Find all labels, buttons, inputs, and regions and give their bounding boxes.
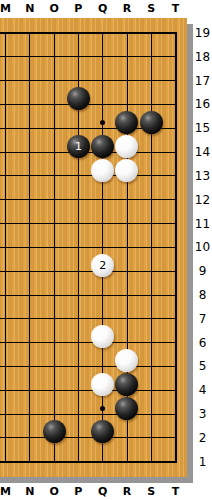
black-stone [67,87,90,110]
row-label: 7 [193,311,212,327]
star-point [100,406,105,411]
row-label: 2 [193,430,212,446]
column-label: S [142,484,160,499]
column-label: T [167,1,185,16]
row-label: 18 [193,49,212,65]
row-label: 13 [193,168,212,184]
white-stone [91,159,114,182]
black-stone [43,420,66,443]
go-diagram: 12 MNOPQRST 1918171615141312111098765432… [0,0,212,500]
row-label: 14 [193,144,212,160]
black-stone [91,420,114,443]
row-label: 16 [193,96,212,112]
row-label: 4 [193,382,212,398]
column-label: O [45,1,63,16]
white-stone [115,349,138,372]
black-stone [115,397,138,420]
column-label: Q [94,1,112,16]
go-board[interactable]: 12 [0,18,187,477]
star-point [100,120,105,125]
column-label: O [45,484,63,499]
stone-grid: 12 [0,39,188,492]
white-stone [115,159,138,182]
row-label: 3 [193,406,212,422]
black-stone [115,111,138,134]
column-label: P [69,484,87,499]
black-stone: 1 [67,135,90,158]
row-label: 15 [193,120,212,136]
move-number: 1 [75,141,82,152]
black-stone [140,111,163,134]
column-label: M [0,1,15,16]
row-label: 6 [193,335,212,351]
column-label: N [21,1,39,16]
row-label: 19 [193,25,212,41]
column-label: Q [94,484,112,499]
column-label: R [118,484,136,499]
row-label: 5 [193,358,212,374]
white-stone [91,373,114,396]
move-number: 2 [99,260,106,271]
column-label: P [69,1,87,16]
row-label: 9 [193,263,212,279]
row-label: 11 [193,216,212,232]
row-label: 12 [193,192,212,208]
column-label: T [167,484,185,499]
row-label: 17 [193,73,212,89]
column-label: S [142,1,160,16]
white-stone [115,135,138,158]
column-label: R [118,1,136,16]
black-stone [91,135,114,158]
row-label: 10 [193,239,212,255]
column-label: M [0,484,15,499]
white-stone: 2 [91,254,114,277]
row-label: 8 [193,287,212,303]
row-label: 1 [193,454,212,470]
black-stone [115,373,138,396]
column-label: N [21,484,39,499]
white-stone [91,325,114,348]
